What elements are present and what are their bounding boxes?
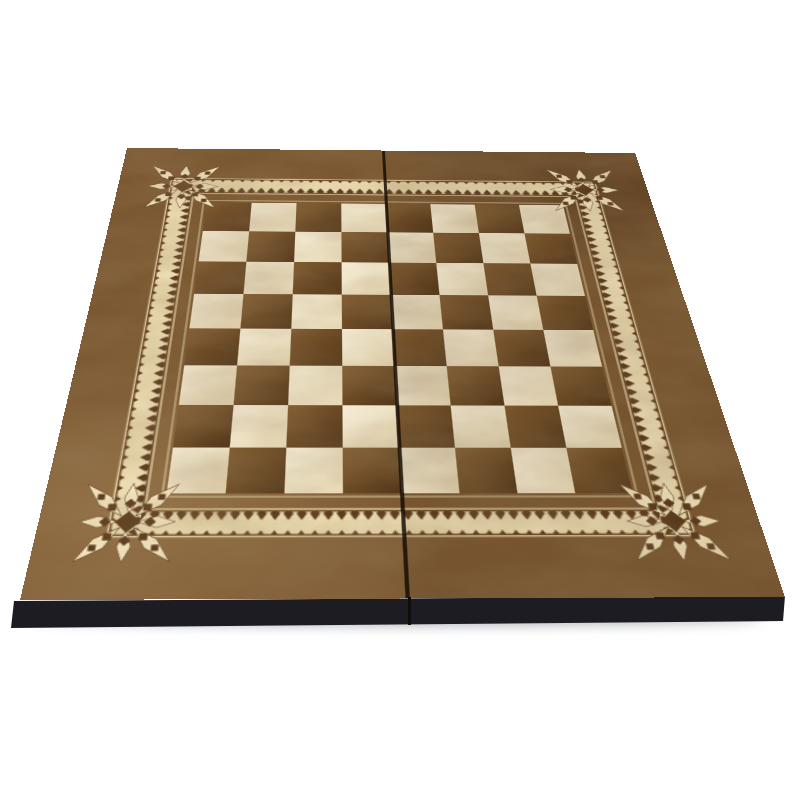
square-c7[interactable] xyxy=(294,232,342,263)
square-a3[interactable] xyxy=(179,365,237,405)
square-a7[interactable] xyxy=(199,231,250,262)
square-b7[interactable] xyxy=(246,231,295,262)
square-b6[interactable] xyxy=(243,262,294,295)
square-a5[interactable] xyxy=(189,294,243,329)
square-c4[interactable] xyxy=(290,329,342,366)
square-a6[interactable] xyxy=(194,261,246,294)
square-a4[interactable] xyxy=(184,328,240,365)
square-d8[interactable] xyxy=(341,203,387,232)
square-b5[interactable] xyxy=(240,294,292,329)
square-b4[interactable] xyxy=(237,329,291,366)
square-d2[interactable] xyxy=(342,405,398,447)
scene xyxy=(0,0,800,800)
square-d5[interactable] xyxy=(342,295,393,330)
hinge-seam-edge xyxy=(408,597,411,625)
chessboard xyxy=(20,148,785,600)
square-c6[interactable] xyxy=(293,262,342,295)
square-c5[interactable] xyxy=(291,294,342,329)
square-a1[interactable] xyxy=(167,448,230,494)
square-d7[interactable] xyxy=(341,232,389,263)
square-c1[interactable] xyxy=(284,448,343,494)
square-b3[interactable] xyxy=(234,365,290,405)
square-b8[interactable] xyxy=(249,203,296,232)
square-d6[interactable] xyxy=(342,262,391,295)
right-half-shade xyxy=(383,151,785,599)
square-b1[interactable] xyxy=(226,448,287,494)
square-c2[interactable] xyxy=(286,405,342,447)
square-d1[interactable] xyxy=(343,448,402,494)
square-d3[interactable] xyxy=(342,366,396,406)
square-d4[interactable] xyxy=(342,329,395,366)
square-a8[interactable] xyxy=(203,202,252,231)
square-b2[interactable] xyxy=(230,405,288,448)
square-a2[interactable] xyxy=(173,405,234,448)
square-c3[interactable] xyxy=(288,366,342,406)
square-c8[interactable] xyxy=(295,203,341,232)
